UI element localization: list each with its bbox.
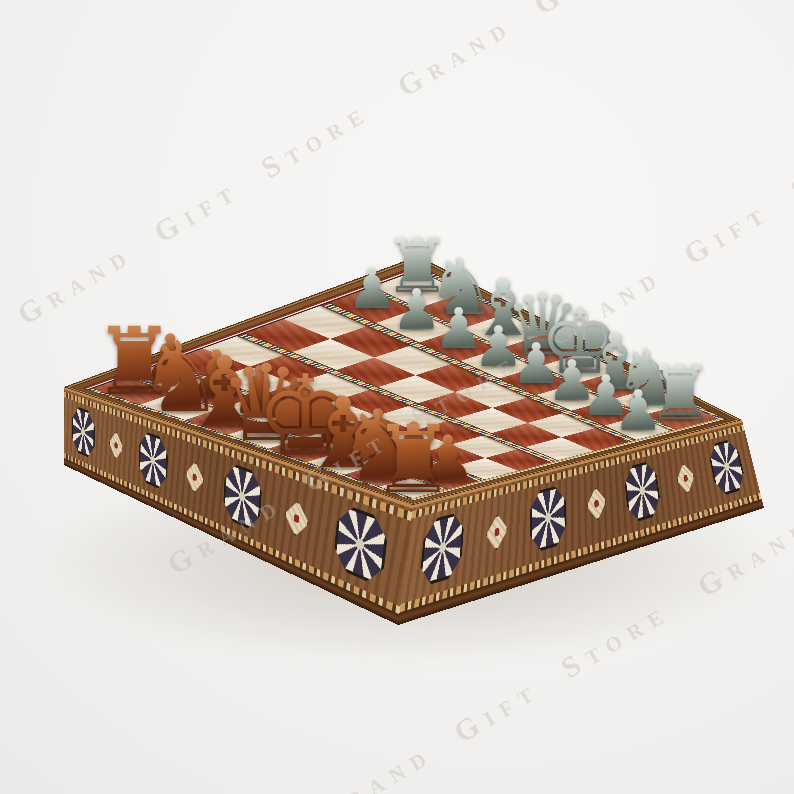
product-photo-chess-set: ♜♞♝♛♚♝♞♜♟♟♟♟♟♟♟♟♟♟♟♟♟♟♟♟♜♞♝♛♚♝♞♜ Grand G… bbox=[0, 0, 794, 794]
watermark-text: Grand Gift Store bbox=[311, 594, 676, 794]
watermark-text: Grand Gift Store bbox=[541, 116, 794, 354]
watermark-text: Grand Gift Store bbox=[391, 0, 756, 104]
watermark-text: Grand Gift Store bbox=[0, 0, 226, 82]
watermark-text: Grand Gift Store bbox=[621, 0, 794, 2]
